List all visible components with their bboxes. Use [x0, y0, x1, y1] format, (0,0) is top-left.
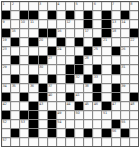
white-cell[interactable]	[102, 56, 110, 64]
black-cell	[102, 102, 110, 110]
white-cell[interactable]	[75, 11, 83, 19]
white-cell[interactable]	[112, 111, 120, 119]
white-cell[interactable]: 2	[11, 2, 19, 10]
black-cell	[2, 11, 10, 19]
white-cell[interactable]: 55	[121, 120, 129, 128]
white-cell[interactable]: 9	[2, 20, 10, 28]
black-cell	[11, 75, 19, 83]
white-cell[interactable]	[130, 11, 138, 19]
white-cell[interactable]: 22	[130, 38, 138, 46]
white-cell[interactable]	[2, 129, 10, 137]
white-cell[interactable]	[66, 111, 74, 119]
black-cell	[93, 93, 101, 101]
white-cell[interactable]	[121, 29, 129, 37]
clue-number: 55	[121, 120, 125, 124]
white-cell[interactable]	[66, 47, 74, 55]
black-cell	[75, 38, 83, 46]
clue-number: 9	[3, 20, 5, 24]
white-cell[interactable]: 29	[2, 65, 10, 73]
white-cell[interactable]	[121, 111, 129, 119]
white-cell[interactable]	[75, 120, 83, 128]
black-cell	[11, 56, 19, 64]
black-cell	[93, 65, 101, 73]
white-cell[interactable]	[66, 38, 74, 46]
white-cell[interactable]	[11, 120, 19, 128]
black-cell	[112, 84, 120, 92]
white-cell[interactable]	[20, 47, 28, 55]
white-cell[interactable]	[112, 138, 120, 146]
clue-number: 1	[3, 2, 5, 6]
white-cell[interactable]	[130, 120, 138, 128]
clue-number: 6	[94, 2, 96, 6]
white-cell[interactable]	[57, 93, 65, 101]
white-cell[interactable]	[39, 129, 47, 137]
black-cell	[112, 120, 120, 128]
white-cell[interactable]	[93, 111, 101, 119]
white-cell[interactable]	[112, 38, 120, 46]
clue-number: 12	[66, 20, 70, 24]
black-cell	[29, 38, 37, 46]
white-cell[interactable]	[66, 138, 74, 146]
white-cell[interactable]	[11, 47, 19, 55]
white-cell[interactable]	[11, 93, 19, 101]
white-cell[interactable]: 26	[121, 47, 129, 55]
clue-number: 37	[48, 84, 52, 88]
clue-number: 20	[39, 38, 43, 42]
white-cell[interactable]	[66, 2, 74, 10]
clue-number: 57	[3, 138, 7, 142]
clue-number: 42	[3, 102, 7, 106]
clue-number: 4	[57, 2, 59, 6]
clue-number: 50	[76, 111, 80, 115]
black-cell	[112, 93, 120, 101]
white-cell[interactable]: 14	[121, 20, 129, 28]
white-cell[interactable]: 1	[2, 2, 10, 10]
white-cell[interactable]	[48, 102, 56, 110]
white-cell[interactable]	[39, 138, 47, 146]
white-cell[interactable]	[84, 93, 92, 101]
black-cell	[2, 29, 10, 37]
white-cell[interactable]: 20	[39, 38, 47, 46]
clue-number: 47	[112, 102, 116, 106]
white-cell[interactable]	[57, 129, 65, 137]
black-cell	[112, 65, 120, 73]
white-cell[interactable]	[20, 2, 28, 10]
white-cell[interactable]	[130, 129, 138, 137]
white-cell[interactable]: 53	[20, 120, 28, 128]
clue-number: 31	[121, 65, 125, 69]
white-cell[interactable]	[84, 138, 92, 146]
white-cell[interactable]	[102, 138, 110, 146]
white-cell[interactable]: 27	[48, 56, 56, 64]
black-cell	[29, 111, 37, 119]
clue-number: 54	[57, 120, 61, 124]
white-cell[interactable]: 38	[84, 84, 92, 92]
white-cell[interactable]	[11, 65, 19, 73]
white-cell[interactable]	[102, 93, 110, 101]
white-cell[interactable]	[75, 47, 83, 55]
white-cell[interactable]	[29, 65, 37, 73]
black-cell	[29, 129, 37, 137]
white-cell[interactable]	[48, 38, 56, 46]
white-cell[interactable]: 51	[102, 111, 110, 119]
white-cell[interactable]	[75, 20, 83, 28]
white-cell[interactable]: 43	[39, 102, 47, 110]
clue-number: 38	[85, 84, 89, 88]
white-cell[interactable]: 39	[121, 84, 129, 92]
white-cell[interactable]	[102, 47, 110, 55]
black-cell	[48, 47, 56, 55]
black-cell	[75, 56, 83, 64]
clue-number: 26	[121, 47, 125, 51]
white-cell[interactable]	[57, 102, 65, 110]
white-cell[interactable]	[130, 65, 138, 73]
white-cell[interactable]	[130, 138, 138, 146]
black-cell	[20, 111, 28, 119]
clue-number: 33	[94, 75, 98, 79]
white-cell[interactable]	[75, 129, 83, 137]
black-cell	[84, 129, 92, 137]
white-cell[interactable]: 34	[2, 84, 10, 92]
white-cell[interactable]: 13	[112, 20, 120, 28]
white-cell[interactable]: 7	[112, 2, 120, 10]
white-cell[interactable]: 4	[57, 2, 65, 10]
white-cell[interactable]	[84, 65, 92, 73]
white-cell[interactable]: 56	[112, 129, 120, 137]
clue-number: 46	[94, 102, 98, 106]
white-cell[interactable]	[93, 20, 101, 28]
white-cell[interactable]	[29, 2, 37, 10]
black-cell	[39, 56, 47, 64]
white-cell[interactable]: 44	[66, 102, 74, 110]
black-cell	[75, 65, 83, 73]
white-cell[interactable]	[20, 84, 28, 92]
white-cell[interactable]: 23	[2, 47, 10, 55]
white-cell[interactable]: 48	[130, 102, 138, 110]
black-cell	[29, 102, 37, 110]
clue-number: 34	[3, 84, 7, 88]
white-cell[interactable]	[93, 129, 101, 137]
clue-number: 24	[57, 47, 61, 51]
white-cell[interactable]	[121, 102, 129, 110]
black-cell	[20, 11, 28, 19]
white-cell[interactable]	[121, 2, 129, 10]
clue-number: 30	[39, 65, 43, 69]
white-cell[interactable]	[112, 11, 120, 19]
white-cell[interactable]: 5	[75, 2, 83, 10]
white-cell[interactable]	[66, 84, 74, 92]
clue-number: 43	[39, 102, 43, 106]
clue-number: 41	[76, 93, 80, 97]
white-cell[interactable]	[121, 56, 129, 64]
clue-number: 25	[94, 47, 98, 51]
white-cell[interactable]: 17	[84, 29, 92, 37]
black-cell	[112, 47, 120, 55]
black-cell	[48, 129, 56, 137]
black-cell	[29, 11, 37, 19]
white-cell[interactable]	[39, 11, 47, 19]
white-cell[interactable]: 21	[102, 38, 110, 46]
clue-number: 27	[48, 56, 52, 60]
white-cell[interactable]: 46	[93, 102, 101, 110]
white-cell[interactable]	[112, 75, 120, 83]
white-cell[interactable]	[39, 47, 47, 55]
white-cell[interactable]: 57	[2, 138, 10, 146]
black-cell	[2, 111, 10, 119]
white-cell[interactable]	[121, 93, 129, 101]
black-cell	[130, 29, 138, 37]
clue-number: 56	[112, 129, 116, 133]
white-cell[interactable]	[102, 2, 110, 10]
white-cell[interactable]: 25	[93, 47, 101, 55]
clue-number: 10	[21, 20, 25, 24]
white-cell[interactable]	[11, 102, 19, 110]
white-cell[interactable]	[66, 29, 74, 37]
white-cell[interactable]	[20, 75, 28, 83]
white-cell[interactable]	[48, 138, 56, 146]
clue-number: 45	[85, 102, 89, 106]
white-cell[interactable]	[39, 20, 47, 28]
white-cell[interactable]	[20, 129, 28, 137]
black-cell	[93, 84, 101, 92]
white-cell[interactable]	[121, 38, 129, 46]
white-cell[interactable]	[84, 111, 92, 119]
black-cell	[57, 38, 65, 46]
white-cell[interactable]: 42	[2, 102, 10, 110]
white-cell[interactable]: 41	[75, 93, 83, 101]
black-cell	[48, 11, 56, 19]
white-cell[interactable]	[29, 93, 37, 101]
white-cell[interactable]: 28	[84, 56, 92, 64]
white-cell[interactable]: 11	[29, 20, 37, 28]
white-cell[interactable]	[39, 75, 47, 83]
white-cell[interactable]	[2, 56, 10, 64]
white-cell[interactable]: 15	[11, 29, 19, 37]
clue-number: 36	[30, 84, 34, 88]
white-cell[interactable]	[11, 20, 19, 28]
black-cell	[66, 75, 74, 83]
clue-number: 52	[3, 120, 7, 124]
clue-number: 3	[39, 2, 41, 6]
white-cell[interactable]	[20, 29, 28, 37]
white-cell[interactable]	[48, 2, 56, 10]
white-cell[interactable]	[130, 56, 138, 64]
clue-number: 13	[112, 20, 116, 24]
clue-number: 15	[12, 29, 16, 33]
clue-number: 17	[85, 29, 89, 33]
black-cell	[102, 129, 110, 137]
black-cell	[121, 129, 129, 137]
clue-number: 22	[130, 38, 134, 42]
white-cell[interactable]	[57, 75, 65, 83]
clue-number: 14	[121, 20, 125, 24]
white-cell[interactable]: 12	[66, 20, 74, 28]
white-cell[interactable]	[66, 56, 74, 64]
white-cell[interactable]: 33	[93, 75, 101, 83]
black-cell	[84, 75, 92, 83]
black-cell	[93, 38, 101, 46]
black-cell	[29, 75, 37, 83]
clue-number: 28	[85, 56, 89, 60]
clue-number: 8	[130, 2, 132, 6]
black-cell	[2, 93, 10, 101]
black-cell	[84, 20, 92, 28]
white-cell[interactable]	[121, 75, 129, 83]
white-cell[interactable]	[93, 138, 101, 146]
white-cell[interactable]	[112, 56, 120, 64]
black-cell	[121, 11, 129, 19]
white-cell[interactable]: 24	[57, 47, 65, 55]
white-cell[interactable]	[20, 56, 28, 64]
black-cell	[48, 75, 56, 83]
white-cell[interactable]	[75, 29, 83, 37]
white-cell[interactable]	[2, 75, 10, 83]
white-cell[interactable]	[57, 20, 65, 28]
clue-number: 48	[130, 102, 134, 106]
clue-number: 7	[112, 2, 114, 6]
black-cell	[11, 129, 19, 137]
clue-number: 19	[3, 38, 7, 42]
black-cell	[48, 111, 56, 119]
white-cell[interactable]: 50	[75, 111, 83, 119]
white-cell[interactable]	[29, 47, 37, 55]
white-cell[interactable]: 18	[112, 29, 120, 37]
clue-number: 2	[12, 2, 14, 6]
white-cell[interactable]	[57, 65, 65, 73]
white-cell[interactable]	[39, 111, 47, 119]
white-cell[interactable]	[130, 20, 138, 28]
white-cell[interactable]	[93, 29, 101, 37]
clue-number: 53	[21, 120, 25, 124]
black-cell	[84, 11, 92, 19]
white-cell[interactable]: 45	[84, 102, 92, 110]
white-cell[interactable]	[11, 111, 19, 119]
black-cell	[11, 38, 19, 46]
white-cell[interactable]	[57, 138, 65, 146]
clue-number: 35	[12, 84, 16, 88]
white-cell[interactable]: 37	[48, 84, 56, 92]
white-cell[interactable]	[39, 120, 47, 128]
clue-number: 32	[76, 75, 80, 79]
white-cell[interactable]	[20, 38, 28, 46]
white-cell[interactable]	[93, 11, 101, 19]
white-cell[interactable]	[57, 56, 65, 64]
white-cell[interactable]: 47	[112, 102, 120, 110]
white-cell[interactable]: 19	[2, 38, 10, 46]
clue-number: 39	[121, 84, 125, 88]
black-cell	[29, 56, 37, 64]
black-cell	[48, 29, 56, 37]
black-cell	[29, 120, 37, 128]
clue-number: 49	[57, 111, 61, 115]
white-cell[interactable]: 35	[11, 84, 19, 92]
white-cell[interactable]	[20, 65, 28, 73]
white-cell[interactable]: 8	[130, 2, 138, 10]
white-cell[interactable]: 49	[57, 111, 65, 119]
clue-number: 16	[57, 29, 61, 33]
white-cell[interactable]	[84, 2, 92, 10]
white-cell[interactable]	[102, 120, 110, 128]
white-cell[interactable]: 10	[20, 20, 28, 28]
black-cell	[39, 84, 47, 92]
black-cell	[66, 65, 74, 73]
white-cell[interactable]: 31	[121, 65, 129, 73]
black-cell	[102, 11, 110, 19]
white-cell[interactable]	[102, 84, 110, 92]
white-cell[interactable]	[57, 84, 65, 92]
clue-number: 29	[3, 65, 7, 69]
white-cell[interactable]: 32	[75, 75, 83, 83]
white-cell[interactable]: 40	[48, 93, 56, 101]
black-cell	[102, 20, 110, 28]
black-cell	[66, 93, 74, 101]
white-cell[interactable]: 54	[57, 120, 65, 128]
white-cell[interactable]	[20, 102, 28, 110]
black-cell	[102, 29, 110, 37]
crossword-grid: 1234567891011121314151617181920212223242…	[1, 1, 139, 147]
black-cell	[39, 29, 47, 37]
white-cell[interactable]: 36	[29, 84, 37, 92]
black-cell	[84, 47, 92, 55]
black-cell	[48, 120, 56, 128]
white-cell[interactable]	[93, 56, 101, 64]
white-cell[interactable]	[75, 138, 83, 146]
clue-number: 44	[66, 102, 70, 106]
clue-number: 11	[30, 20, 34, 24]
white-cell[interactable]: 52	[2, 120, 10, 128]
white-cell[interactable]: 3	[39, 2, 47, 10]
white-cell[interactable]	[130, 75, 138, 83]
white-cell[interactable]	[48, 20, 56, 28]
white-cell[interactable]	[121, 138, 129, 146]
white-cell[interactable]: 30	[39, 65, 47, 73]
white-cell[interactable]	[75, 84, 83, 92]
white-cell[interactable]	[57, 11, 65, 19]
white-cell[interactable]	[29, 138, 37, 146]
white-cell[interactable]	[130, 84, 138, 92]
white-cell[interactable]	[84, 38, 92, 46]
black-cell	[130, 93, 138, 101]
clue-number: 23	[3, 47, 7, 51]
black-cell	[66, 129, 74, 137]
white-cell[interactable]	[84, 120, 92, 128]
clue-number: 51	[103, 111, 107, 115]
white-cell[interactable]	[48, 65, 56, 73]
white-cell[interactable]	[29, 29, 37, 37]
clue-number: 21	[103, 38, 107, 42]
black-cell	[39, 93, 47, 101]
clue-number: 18	[112, 29, 116, 33]
white-cell[interactable]	[102, 65, 110, 73]
clue-number: 5	[76, 2, 78, 6]
white-cell[interactable]	[130, 47, 138, 55]
black-cell	[75, 102, 83, 110]
white-cell[interactable]	[93, 120, 101, 128]
clue-number: 40	[48, 93, 52, 97]
black-cell	[66, 11, 74, 19]
white-cell[interactable]: 16	[57, 29, 65, 37]
white-cell[interactable]	[130, 111, 138, 119]
white-cell[interactable]	[102, 75, 110, 83]
white-cell[interactable]	[20, 138, 28, 146]
white-cell[interactable]	[66, 120, 74, 128]
white-cell[interactable]	[11, 11, 19, 19]
black-cell	[20, 93, 28, 101]
white-cell[interactable]: 6	[93, 2, 101, 10]
white-cell[interactable]	[11, 138, 19, 146]
